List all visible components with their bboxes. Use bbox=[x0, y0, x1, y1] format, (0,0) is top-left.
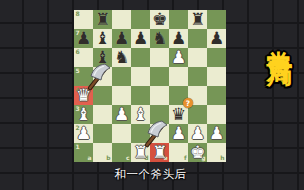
rank-label-8: 8 bbox=[76, 11, 80, 17]
square-h2[interactable]: ♟ bbox=[207, 124, 226, 143]
piece-black-pawn-d7[interactable]: ♟ bbox=[133, 30, 148, 47]
square-c8[interactable] bbox=[112, 10, 131, 29]
square-d5[interactable] bbox=[131, 67, 150, 86]
square-f3[interactable]: ?♛ bbox=[169, 105, 188, 124]
square-b1[interactable]: b bbox=[93, 143, 112, 162]
piece-black-knight-e7[interactable]: ♞ bbox=[152, 30, 167, 47]
piece-white-pawn-f2[interactable]: ♟ bbox=[171, 125, 186, 142]
piece-black-rook-b8[interactable]: ♜ bbox=[95, 11, 110, 28]
square-g8[interactable]: ♜ bbox=[188, 10, 207, 29]
square-f2[interactable]: ♟ bbox=[169, 124, 188, 143]
piece-black-knight-c6[interactable]: ♞ bbox=[114, 49, 129, 66]
rank-label-5: 5 bbox=[76, 68, 80, 74]
square-g3[interactable] bbox=[188, 105, 207, 124]
square-h7[interactable]: ♟ bbox=[207, 29, 226, 48]
square-a7[interactable]: 7♟ bbox=[74, 29, 93, 48]
piece-white-pawn-h2[interactable]: ♟ bbox=[209, 125, 224, 142]
piece-white-pawn-a2[interactable]: ♟ bbox=[76, 125, 91, 142]
rank-label-6: 6 bbox=[76, 49, 80, 55]
piece-black-king-e8[interactable]: ♚ bbox=[152, 11, 167, 28]
square-h6[interactable] bbox=[207, 48, 226, 67]
square-c3[interactable]: ♟ bbox=[112, 105, 131, 124]
square-f1[interactable]: f bbox=[169, 143, 188, 162]
piece-black-bishop-b7[interactable]: ♝ bbox=[95, 30, 110, 47]
file-label-f: f bbox=[184, 155, 187, 161]
square-a8[interactable]: 8 bbox=[74, 10, 93, 29]
square-b2[interactable] bbox=[93, 124, 112, 143]
square-e6[interactable] bbox=[150, 48, 169, 67]
square-b7[interactable]: ♝ bbox=[93, 29, 112, 48]
piece-black-queen-f3[interactable]: ♛ bbox=[171, 106, 186, 123]
square-c5[interactable] bbox=[112, 67, 131, 86]
square-e7[interactable]: ♞ bbox=[150, 29, 169, 48]
square-c2[interactable] bbox=[112, 124, 131, 143]
piece-black-pawn-f7[interactable]: ♟ bbox=[171, 30, 186, 47]
square-f7[interactable]: ♟ bbox=[169, 29, 188, 48]
square-a2[interactable]: 2♟ bbox=[74, 124, 93, 143]
square-a1[interactable]: 1a bbox=[74, 143, 93, 162]
square-g2[interactable]: ♟ bbox=[188, 124, 207, 143]
axe-icon bbox=[81, 63, 113, 95]
square-g7[interactable] bbox=[188, 29, 207, 48]
square-d6[interactable] bbox=[131, 48, 150, 67]
piece-white-pawn-g2[interactable]: ♟ bbox=[190, 125, 205, 142]
square-d4[interactable] bbox=[131, 86, 150, 105]
rank-label-1: 1 bbox=[76, 144, 80, 150]
chess-board[interactable]: 8♜♚♜7♟♝♟♟♞♟♟6♝♞♟54♛3♝♟♝?♛2♟♟♟♟1abcd♜e♜fg… bbox=[74, 10, 226, 162]
square-g6[interactable] bbox=[188, 48, 207, 67]
square-b3[interactable] bbox=[93, 105, 112, 124]
square-e5[interactable] bbox=[150, 67, 169, 86]
square-h8[interactable] bbox=[207, 10, 226, 29]
square-h5[interactable] bbox=[207, 67, 226, 86]
subtitle-caption: 和一个斧头后 bbox=[74, 167, 227, 182]
piece-black-pawn-h7[interactable]: ♟ bbox=[209, 30, 224, 47]
square-c1[interactable]: c bbox=[112, 143, 131, 162]
piece-white-king-g1[interactable]: ♚ bbox=[190, 144, 205, 161]
square-f8[interactable] bbox=[169, 10, 188, 29]
square-a3[interactable]: 3♝ bbox=[74, 105, 93, 124]
video-title: 常青对局 bbox=[263, 30, 298, 46]
square-g5[interactable] bbox=[188, 67, 207, 86]
piece-white-pawn-f6[interactable]: ♟ bbox=[171, 49, 186, 66]
square-g1[interactable]: g♚ bbox=[188, 143, 207, 162]
square-d8[interactable] bbox=[131, 10, 150, 29]
axe-icon bbox=[138, 120, 170, 152]
file-label-a: a bbox=[87, 155, 91, 161]
piece-black-pawn-c7[interactable]: ♟ bbox=[114, 30, 129, 47]
square-h1[interactable]: h bbox=[207, 143, 226, 162]
square-f6[interactable]: ♟ bbox=[169, 48, 188, 67]
square-f5[interactable] bbox=[169, 67, 188, 86]
square-h4[interactable] bbox=[207, 86, 226, 105]
square-h3[interactable] bbox=[207, 105, 226, 124]
video-frame: 8♜♚♜7♟♝♟♟♞♟♟6♝♞♟54♛3♝♟♝?♛2♟♟♟♟1abcd♜e♜fg… bbox=[0, 0, 304, 190]
file-label-b: b bbox=[106, 155, 110, 161]
file-label-c: c bbox=[126, 155, 130, 161]
piece-white-pawn-c3[interactable]: ♟ bbox=[114, 106, 129, 123]
square-c4[interactable] bbox=[112, 86, 131, 105]
piece-black-pawn-a7[interactable]: ♟ bbox=[76, 30, 91, 47]
square-e8[interactable]: ♚ bbox=[150, 10, 169, 29]
square-d7[interactable]: ♟ bbox=[131, 29, 150, 48]
piece-white-bishop-a3[interactable]: ♝ bbox=[76, 106, 91, 123]
square-b8[interactable]: ♜ bbox=[93, 10, 112, 29]
piece-black-rook-g8[interactable]: ♜ bbox=[190, 11, 205, 28]
square-e4[interactable] bbox=[150, 86, 169, 105]
square-c6[interactable]: ♞ bbox=[112, 48, 131, 67]
file-label-h: h bbox=[220, 155, 224, 161]
mistake-badge: ? bbox=[183, 98, 193, 108]
square-c7[interactable]: ♟ bbox=[112, 29, 131, 48]
